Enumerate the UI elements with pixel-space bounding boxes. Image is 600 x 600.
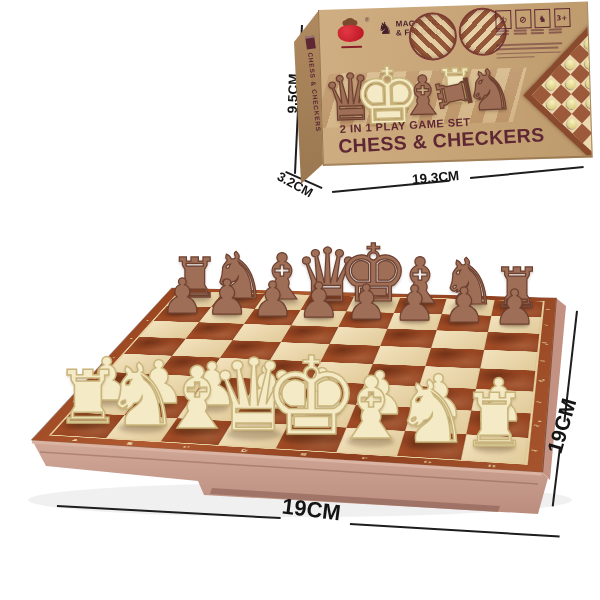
square bbox=[397, 431, 466, 460]
square bbox=[330, 327, 387, 346]
rank-label: 5 bbox=[538, 360, 546, 363]
checker-piece bbox=[544, 78, 558, 92]
checker-piece bbox=[564, 97, 578, 111]
product-box: CHESS & CHECKERS ® ♞ MAGNETIC & FOLDING … bbox=[294, 6, 588, 190]
knight-icon: ♞ bbox=[377, 20, 393, 37]
square bbox=[380, 329, 437, 348]
apple-icon bbox=[337, 25, 364, 43]
rank-label: 7 bbox=[542, 324, 550, 326]
rank-label: 8 bbox=[544, 308, 551, 310]
square bbox=[431, 330, 487, 349]
screw-dot bbox=[72, 400, 76, 401]
icon-caption bbox=[513, 32, 526, 34]
square bbox=[364, 364, 425, 386]
square bbox=[480, 350, 538, 371]
square bbox=[419, 366, 480, 388]
checker-piece bbox=[545, 98, 559, 112]
square bbox=[300, 381, 364, 405]
product-photo: ABCDEFGH12345678 ♜♞♝♛♚♝♞♜♟♟♟♟♟♟♟♟♟♟♟♟♟♟♟… bbox=[0, 0, 600, 600]
square bbox=[475, 368, 535, 391]
brand-script-text bbox=[341, 46, 362, 49]
rank-label: 1 bbox=[529, 449, 538, 453]
screw-dot bbox=[93, 378, 97, 379]
file-label: D bbox=[240, 448, 249, 453]
safety-icon: ♔ bbox=[495, 10, 512, 29]
square bbox=[466, 410, 531, 437]
square bbox=[372, 346, 431, 366]
rank-label: 2 bbox=[532, 424, 541, 427]
checker-piece bbox=[564, 77, 578, 91]
square bbox=[276, 424, 346, 452]
square bbox=[291, 310, 347, 327]
square bbox=[471, 389, 533, 414]
square bbox=[311, 362, 373, 384]
square bbox=[338, 311, 393, 328]
square bbox=[300, 295, 354, 311]
square bbox=[442, 299, 494, 316]
file-label: H bbox=[488, 463, 496, 468]
square bbox=[460, 434, 528, 464]
safety-icon: ⊘ bbox=[515, 9, 532, 28]
square bbox=[346, 297, 399, 313]
screw-dot bbox=[545, 344, 548, 345]
safety-icon: 3+ bbox=[554, 8, 571, 27]
square bbox=[394, 298, 447, 314]
icon-caption bbox=[548, 31, 561, 33]
screw-dot bbox=[146, 320, 149, 321]
square bbox=[405, 408, 471, 435]
square bbox=[387, 313, 442, 331]
fine-print-line bbox=[496, 47, 558, 50]
square bbox=[491, 300, 543, 317]
brand-logo: ® bbox=[335, 16, 370, 49]
info-icons: ♔⊘♞3+ bbox=[495, 8, 570, 29]
square bbox=[355, 384, 419, 408]
square bbox=[288, 402, 355, 428]
square bbox=[425, 348, 483, 369]
square bbox=[487, 316, 541, 334]
screw-dot bbox=[542, 379, 545, 380]
square bbox=[412, 386, 475, 410]
icon-caption bbox=[496, 33, 509, 35]
square bbox=[320, 344, 379, 364]
spine-logo-tag bbox=[305, 35, 316, 49]
screw-dot bbox=[538, 420, 542, 422]
fine-print-line bbox=[496, 42, 562, 46]
file-label: G bbox=[423, 460, 432, 465]
checker-piece bbox=[584, 96, 592, 110]
fine-print-line bbox=[496, 51, 560, 55]
screw-dot bbox=[112, 357, 116, 358]
square bbox=[437, 314, 491, 332]
file-label: B bbox=[126, 441, 135, 445]
checker-piece bbox=[563, 57, 577, 71]
file-label: C bbox=[182, 445, 191, 450]
screw-dot bbox=[129, 338, 132, 339]
safety-icon: ♞ bbox=[534, 9, 551, 28]
registered-mark-icon: ® bbox=[365, 16, 370, 22]
file-label: E bbox=[300, 452, 308, 457]
box-front-panel: ® ♞ MAGNETIC & FOLDING ♔⊘♞3+ ♛♚♝♜♜♞ 2 IN… bbox=[318, 2, 593, 166]
square bbox=[484, 332, 540, 352]
file-label: A bbox=[71, 438, 80, 442]
icon-caption bbox=[531, 32, 544, 34]
square bbox=[336, 427, 405, 455]
square bbox=[346, 405, 412, 431]
rank-label: 3 bbox=[534, 401, 543, 404]
checker-piece bbox=[565, 117, 579, 131]
file-label: F bbox=[361, 456, 368, 461]
